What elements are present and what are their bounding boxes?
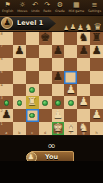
- player-label: You: [45, 153, 58, 161]
- legal-move-dot[interactable]: [55, 100, 61, 106]
- legal-move-dot[interactable]: [68, 100, 74, 106]
- rank-coordinate: 2: [1, 110, 3, 114]
- file-coordinate: f: [70, 132, 71, 136]
- square-h6[interactable]: [90, 58, 103, 71]
- square-d2[interactable]: [39, 109, 52, 122]
- toolbar-label: Mid game: [69, 10, 85, 13]
- square-e7[interactable]: ♟: [52, 45, 65, 58]
- opponent-bar: ♟ Level 1 ♟♟♟♞♛: [0, 16, 103, 31]
- square-e8[interactable]: [52, 32, 65, 45]
- toolbar-button-moves-hint[interactable]: ☼Moves: [17, 2, 27, 13]
- opponent-avatar-badge: ♟: [1, 17, 13, 29]
- square-f8[interactable]: [64, 32, 77, 45]
- black-pawn[interactable]: ♟: [92, 45, 102, 58]
- square-e5[interactable]: ♟: [52, 71, 65, 84]
- toolbar-button-grade[interactable]: ⚙Grade: [55, 2, 65, 13]
- black-knight[interactable]: ♞: [79, 32, 89, 45]
- black-king[interactable]: ♚: [40, 32, 50, 45]
- file-coordinate: a: [5, 132, 7, 136]
- black-pawn-badge-icon: ♟: [3, 19, 10, 27]
- legal-move-dot[interactable]: [29, 87, 35, 93]
- square-a8[interactable]: 8: [0, 32, 13, 45]
- square-g6[interactable]: [77, 58, 90, 71]
- square-b5[interactable]: [13, 71, 26, 84]
- square-h2[interactable]: ♟: [90, 109, 103, 122]
- square-f5[interactable]: [64, 71, 77, 84]
- square-f1[interactable]: ♝f: [64, 122, 77, 135]
- chess-app: ⚑English☼Moves↶Undo↷Redo⚙Grade▦Mid game≡…: [0, 0, 103, 183]
- captured-piece-icon: ♟: [77, 24, 84, 32]
- legal-move-dot[interactable]: [17, 100, 23, 106]
- square-a5[interactable]: 5: [0, 71, 13, 84]
- square-c2[interactable]: [26, 109, 39, 122]
- file-coordinate: g: [83, 132, 85, 136]
- square-f3[interactable]: [64, 96, 77, 109]
- square-h8[interactable]: ♜: [90, 32, 103, 45]
- square-d1[interactable]: d: [39, 122, 52, 135]
- white-pawn[interactable]: ♟: [53, 109, 63, 122]
- square-c6[interactable]: [26, 58, 39, 71]
- square-g7[interactable]: ♟: [77, 45, 90, 58]
- square-f4[interactable]: ♟: [64, 84, 77, 97]
- black-pawn[interactable]: ♟: [53, 45, 63, 58]
- square-b8[interactable]: [13, 32, 26, 45]
- file-coordinate: d: [44, 132, 46, 136]
- file-coordinate: b: [18, 132, 20, 136]
- square-e6[interactable]: [52, 58, 65, 71]
- file-coordinate: e: [57, 132, 59, 136]
- square-c8[interactable]: [26, 32, 39, 45]
- square-a1[interactable]: 1a: [0, 122, 13, 135]
- square-b7[interactable]: ♟: [13, 45, 26, 58]
- legal-move-dot[interactable]: [42, 100, 48, 106]
- square-c3[interactable]: ♜: [26, 96, 39, 109]
- square-c7[interactable]: [26, 45, 39, 58]
- square-b2[interactable]: [13, 109, 26, 122]
- square-d3[interactable]: [39, 96, 52, 109]
- rank-coordinate: 8: [1, 33, 3, 37]
- square-e1[interactable]: ♚e: [52, 122, 65, 135]
- toolbar-button-mid-game[interactable]: ▦Mid game: [69, 2, 85, 13]
- square-d4[interactable]: [39, 84, 52, 97]
- timer-row: ∞: [0, 140, 103, 151]
- black-pawn[interactable]: ♟: [53, 71, 63, 84]
- legal-move-dot[interactable]: [4, 100, 10, 106]
- toolbar-button-english[interactable]: ⚑English: [2, 2, 14, 13]
- square-g8[interactable]: ♞: [77, 32, 90, 45]
- square-b1[interactable]: b: [13, 122, 26, 135]
- square-b3[interactable]: [13, 96, 26, 109]
- white-pawn[interactable]: ♟: [92, 109, 102, 122]
- toolbar-label: Grade: [55, 10, 65, 13]
- square-g5[interactable]: [77, 71, 90, 84]
- level-label: Level 1: [17, 17, 43, 30]
- black-pawn[interactable]: ♟: [2, 109, 12, 122]
- captured-piece-icon: ♟: [63, 25, 68, 31]
- square-a4[interactable]: 4: [0, 84, 13, 97]
- ad-banner-area: [0, 161, 103, 183]
- square-b6[interactable]: [13, 58, 26, 71]
- captured-piece-icon: ♞: [85, 23, 93, 32]
- square-d5[interactable]: [39, 71, 52, 84]
- square-c5[interactable]: [26, 71, 39, 84]
- white-pawn[interactable]: ♟: [79, 96, 89, 109]
- square-d6[interactable]: [39, 58, 52, 71]
- white-pawn[interactable]: ♟: [66, 84, 76, 97]
- toolbar-button-redo[interactable]: ↷Redo: [43, 2, 51, 13]
- rank-coordinate: 3: [1, 97, 3, 101]
- square-b4[interactable]: [13, 84, 26, 97]
- toolbar-label: English: [2, 10, 14, 13]
- rank-coordinate: 1: [1, 123, 3, 127]
- chess-board: 8♚♞♜7♟♟♟♟65♟4♟3♜♟♟2♟♟1abcd♚e♝f♞gh: [0, 31, 103, 136]
- rank-coordinate: 6: [1, 58, 3, 62]
- square-g3[interactable]: ♟: [77, 96, 90, 109]
- white-pawn-badge-icon: ♟: [28, 154, 34, 161]
- square-d8[interactable]: ♚: [39, 32, 52, 45]
- black-rook[interactable]: ♜: [92, 32, 102, 45]
- infinite-time-indicator: ∞: [47, 141, 55, 151]
- black-pawn[interactable]: ♟: [79, 45, 89, 58]
- square-g1[interactable]: ♞g: [77, 122, 90, 135]
- captured-piece-icon: ♛: [93, 22, 102, 32]
- file-coordinate: h: [95, 132, 97, 136]
- square-h1[interactable]: h: [90, 122, 103, 135]
- captured-pieces-tray: ♟♟♟♞♛: [63, 16, 102, 32]
- top-toolbar: ⚑English☼Moves↶Undo↷Redo⚙Grade▦Mid game≡…: [0, 0, 103, 16]
- square-h7[interactable]: ♟: [90, 45, 103, 58]
- captured-piece-icon: ♟: [70, 24, 76, 31]
- square-e4[interactable]: [52, 84, 65, 97]
- white-rook[interactable]: ♜: [27, 96, 37, 109]
- rank-coordinate: 5: [1, 71, 3, 75]
- square-f6[interactable]: [64, 58, 77, 71]
- file-coordinate: c: [31, 132, 33, 136]
- square-h4[interactable]: [90, 84, 103, 97]
- toolbar-label: Moves: [17, 10, 27, 13]
- square-a6[interactable]: 6: [0, 58, 13, 71]
- square-d7[interactable]: [39, 45, 52, 58]
- toolbar-button-settings[interactable]: ≡Settings: [88, 2, 101, 13]
- toolbar-label: Undo: [31, 10, 39, 13]
- square-a7[interactable]: 7: [0, 45, 13, 58]
- toolbar-button-undo[interactable]: ↶Undo: [31, 2, 39, 13]
- rank-coordinate: 7: [1, 45, 3, 49]
- square-a2[interactable]: ♟2: [0, 109, 13, 122]
- square-f7[interactable]: [64, 45, 77, 58]
- rank-coordinate: 4: [1, 84, 3, 88]
- square-c1[interactable]: c: [26, 122, 39, 135]
- toolbar-label: Settings: [88, 10, 101, 13]
- toolbar-label: Redo: [43, 10, 51, 13]
- square-h5[interactable]: [90, 71, 103, 84]
- legal-move-dot[interactable]: [29, 113, 35, 119]
- black-pawn[interactable]: ♟: [14, 45, 24, 58]
